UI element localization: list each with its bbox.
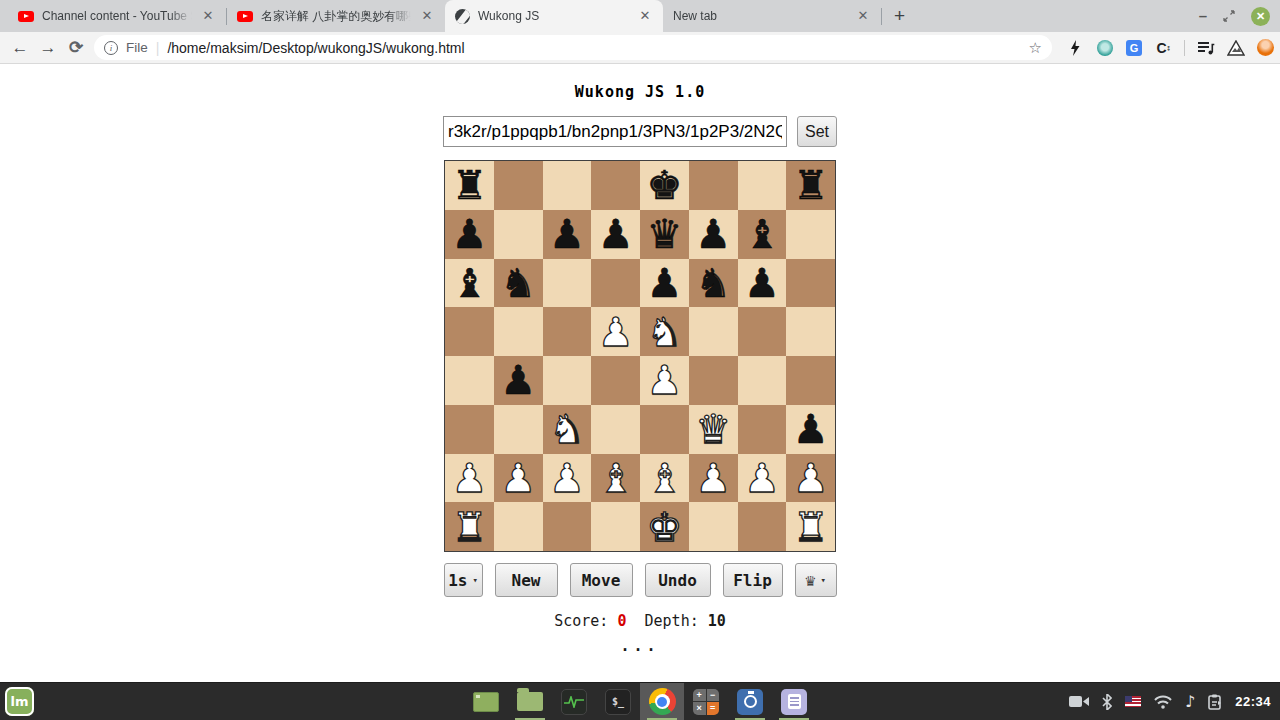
square-e8[interactable]: ♚	[640, 161, 689, 210]
time-control-select[interactable]: 1s ▾	[444, 563, 483, 597]
square-a8[interactable]: ♜	[445, 161, 494, 210]
square-h4[interactable]	[786, 356, 835, 405]
square-b7[interactable]	[494, 210, 543, 259]
controls-row: 1s ▾ New Move Undo Flip ♛ ▾	[444, 563, 837, 597]
piece-white-pawn: ♟	[500, 458, 536, 498]
tab-wukong-js[interactable]: Wukong JS ✕	[445, 0, 663, 32]
square-c7[interactable]: ♟	[543, 210, 592, 259]
piece-white-knight: ♞	[549, 409, 585, 449]
system-monitor-icon[interactable]	[552, 683, 596, 720]
square-e3[interactable]	[640, 405, 689, 454]
square-b2[interactable]: ♟	[494, 454, 543, 503]
square-f4[interactable]	[689, 356, 738, 405]
piece-black-pawn: ♟	[695, 214, 731, 254]
close-icon[interactable]: ✕	[200, 8, 216, 24]
wukong-page: Wukong JS 1.0 Set ♜♚♜♟♟♟♛♟♝♝♞♟♞♟♟♞♟♟♞♛♟♟…	[0, 64, 1280, 682]
square-e2[interactable]: ♝	[640, 454, 689, 503]
square-h6[interactable]	[786, 259, 835, 308]
square-c8[interactable]	[543, 161, 592, 210]
square-h3[interactable]: ♟	[786, 405, 835, 454]
piece-black-pawn: ♟	[598, 214, 634, 254]
piece-white-rook: ♜	[451, 507, 487, 547]
piece-white-pawn: ♟	[695, 458, 731, 498]
extensions-separator	[1184, 40, 1185, 56]
piece-black-pawn: ♟	[646, 263, 682, 303]
show-desktop-icon[interactable]	[464, 683, 508, 720]
audio-note-icon[interactable]: ♪	[1185, 692, 1195, 711]
piece-white-queen: ♛	[695, 409, 731, 449]
reload-button[interactable]: ⟳	[62, 37, 90, 58]
restore-button[interactable]	[1223, 10, 1235, 22]
address-bar[interactable]: i File | /home/maksim/Desktop/wukongJS/w…	[94, 35, 1052, 60]
back-button[interactable]: ←	[6, 38, 34, 58]
square-a3[interactable]	[445, 405, 494, 454]
tab-label: Channel content - YouTube Stud	[42, 9, 192, 23]
square-h8[interactable]: ♜	[786, 161, 835, 210]
square-d7[interactable]: ♟	[591, 210, 640, 259]
piece-white-bishop: ♝	[646, 458, 682, 498]
square-c6[interactable]	[543, 259, 592, 308]
square-g2[interactable]: ♟	[738, 454, 787, 503]
square-b5[interactable]	[494, 307, 543, 356]
terminal-icon[interactable]: $_	[596, 683, 640, 720]
extensions-area: G C⦂	[1066, 39, 1274, 57]
clock: 22:34	[1235, 694, 1271, 709]
piece-white-pawn: ♟	[451, 458, 487, 498]
screenshot-tool-icon[interactable]	[728, 683, 772, 720]
square-e7[interactable]: ♛	[640, 210, 689, 259]
piece-white-pawn: ♟	[744, 458, 780, 498]
triangle-icon[interactable]	[1227, 39, 1245, 57]
calculator-icon[interactable]: +−×=	[684, 683, 728, 720]
square-h5[interactable]	[786, 307, 835, 356]
square-d1[interactable]	[591, 502, 640, 551]
bluetooth-icon[interactable]	[1102, 694, 1112, 710]
tab-youtube-video[interactable]: 名家详解 八卦掌的奥妙有哪些？ ✕	[227, 0, 445, 32]
system-tray: ♪ 22:34	[1069, 692, 1280, 711]
piece-white-bishop: ♝	[598, 458, 634, 498]
square-a7[interactable]: ♟	[445, 210, 494, 259]
tab-separator	[881, 8, 882, 25]
square-f1[interactable]	[689, 502, 738, 551]
square-b8[interactable]	[494, 161, 543, 210]
browser-tab-strip: Channel content - YouTube Stud ✕ 名家详解 八卦…	[0, 0, 1280, 32]
square-d3[interactable]	[591, 405, 640, 454]
avatar[interactable]	[1257, 39, 1274, 56]
translate-icon[interactable]: G	[1126, 40, 1142, 56]
square-d2[interactable]: ♝	[591, 454, 640, 503]
square-a5[interactable]	[445, 307, 494, 356]
chess-board[interactable]: ♜♚♜♟♟♟♛♟♝♝♞♟♞♟♟♞♟♟♞♛♟♟♟♟♝♝♟♟♟♜♚♜	[444, 160, 836, 552]
move-button[interactable]: Move	[570, 563, 633, 597]
square-g4[interactable]	[738, 356, 787, 405]
piece-white-pawn: ♟	[598, 312, 634, 352]
square-b3[interactable]	[494, 405, 543, 454]
square-b4[interactable]: ♟	[494, 356, 543, 405]
status-row: Score: 0 Depth: 10	[554, 612, 726, 630]
square-h7[interactable]	[786, 210, 835, 259]
square-b1[interactable]	[494, 502, 543, 551]
tab-new-tab[interactable]: New tab ✕	[663, 0, 881, 32]
square-e6[interactable]: ♟	[640, 259, 689, 308]
chrome-icon[interactable]	[640, 683, 684, 720]
chevron-down-icon: ▾	[820, 575, 825, 585]
youtube-icon	[18, 11, 34, 22]
page-info-icon[interactable]: i	[104, 41, 118, 55]
piece-white-pawn: ♟	[793, 458, 829, 498]
teal-circle-icon[interactable]	[1096, 39, 1114, 57]
square-e1[interactable]: ♚	[640, 502, 689, 551]
square-a4[interactable]	[445, 356, 494, 405]
piece-black-pawn: ♟	[549, 214, 585, 254]
square-a2[interactable]: ♟	[445, 454, 494, 503]
globe-icon	[455, 9, 470, 24]
square-c1[interactable]	[543, 502, 592, 551]
time-control-value: 1s	[448, 571, 467, 590]
tab-label: Wukong JS	[478, 9, 629, 23]
close-icon[interactable]: ✕	[855, 8, 871, 24]
set-button[interactable]: Set	[797, 116, 837, 147]
piece-black-knight: ♞	[695, 263, 731, 303]
minimize-button[interactable]: –	[1199, 11, 1207, 21]
close-icon[interactable]: ✕	[637, 8, 653, 24]
square-d5[interactable]: ♟	[591, 307, 640, 356]
piece-black-rook: ♜	[451, 165, 487, 205]
youtube-icon	[237, 11, 253, 22]
new-button[interactable]: New	[495, 563, 558, 597]
piece-black-pawn: ♟	[744, 263, 780, 303]
ci-icon[interactable]: C⦂	[1154, 39, 1172, 57]
taskbar-launchers: $_ +−×=	[464, 683, 816, 720]
square-f2[interactable]: ♟	[689, 454, 738, 503]
square-h2[interactable]: ♟	[786, 454, 835, 503]
depth-label: Depth:	[645, 612, 708, 630]
address-separator: |	[156, 40, 160, 56]
close-window-button[interactable]: ✕	[1251, 7, 1270, 26]
address-url[interactable]: /home/maksim/Desktop/wukongJS/wukong.htm…	[167, 40, 1020, 56]
window-controls: – ✕	[1199, 7, 1280, 26]
piece-black-knight: ♞	[500, 263, 536, 303]
square-f3[interactable]: ♛	[689, 405, 738, 454]
clipboard-manager-icon[interactable]	[1208, 694, 1222, 710]
square-c3[interactable]: ♞	[543, 405, 592, 454]
square-f5[interactable]	[689, 307, 738, 356]
fen-row: Set	[443, 116, 837, 147]
square-d8[interactable]	[591, 161, 640, 210]
lightning-icon[interactable]	[1066, 39, 1084, 57]
square-c2[interactable]: ♟	[543, 454, 592, 503]
page-title: Wukong JS 1.0	[575, 83, 705, 101]
piece-black-king: ♚	[646, 165, 682, 205]
square-g5[interactable]	[738, 307, 787, 356]
wifi-icon[interactable]	[1154, 695, 1172, 709]
piece-black-bishop: ♝	[744, 214, 780, 254]
score-label: Score:	[554, 612, 617, 630]
piece-white-king: ♚	[646, 507, 682, 547]
piece-black-queen: ♛	[646, 214, 682, 254]
piece-black-rook: ♜	[793, 165, 829, 205]
square-g6[interactable]: ♟	[738, 259, 787, 308]
chevron-down-icon: ▾	[472, 575, 477, 585]
flip-button[interactable]: Flip	[723, 563, 783, 597]
piece-black-pawn: ♟	[500, 360, 536, 400]
piece-black-pawn: ♟	[793, 409, 829, 449]
file-manager-icon[interactable]	[508, 683, 552, 720]
square-g1[interactable]	[738, 502, 787, 551]
piece-white-pawn: ♟	[646, 360, 682, 400]
square-g8[interactable]	[738, 161, 787, 210]
promotion-select[interactable]: ♛ ▾	[795, 563, 837, 597]
square-f6[interactable]: ♞	[689, 259, 738, 308]
square-b6[interactable]: ♞	[494, 259, 543, 308]
fen-input[interactable]	[443, 116, 787, 147]
square-e4[interactable]: ♟	[640, 356, 689, 405]
piece-black-bishop: ♝	[451, 263, 487, 303]
playlist-icon[interactable]	[1197, 39, 1215, 57]
square-a1[interactable]: ♜	[445, 502, 494, 551]
piece-white-rook: ♜	[793, 507, 829, 547]
square-a6[interactable]: ♝	[445, 259, 494, 308]
square-h1[interactable]: ♜	[786, 502, 835, 551]
square-d6[interactable]	[591, 259, 640, 308]
square-g3[interactable]	[738, 405, 787, 454]
bookmark-star-icon[interactable]: ☆	[1029, 39, 1042, 57]
undo-button[interactable]: Undo	[645, 563, 711, 597]
tab-youtube-studio[interactable]: Channel content - YouTube Stud ✕	[8, 0, 226, 32]
tab-label: New tab	[673, 9, 847, 23]
menu-button-mint-logo[interactable]: lm	[5, 687, 34, 716]
forward-button[interactable]: →	[34, 38, 62, 58]
queen-icon: ♛	[805, 570, 815, 590]
taskbar: lm $_ +−×= ♪	[0, 682, 1280, 720]
piece-white-pawn: ♟	[549, 458, 585, 498]
square-c4[interactable]	[543, 356, 592, 405]
browser-toolbar: ← → ⟳ i File | /home/maksim/Desktop/wuko…	[0, 32, 1280, 64]
square-e5[interactable]: ♞	[640, 307, 689, 356]
square-c5[interactable]	[543, 307, 592, 356]
new-tab-button[interactable]: +	[894, 1, 905, 31]
square-d4[interactable]	[591, 356, 640, 405]
piece-white-knight: ♞	[646, 312, 682, 352]
piece-black-pawn: ♟	[451, 214, 487, 254]
close-icon[interactable]: ✕	[419, 8, 435, 24]
engine-output: ...	[620, 637, 659, 655]
square-g7[interactable]: ♝	[738, 210, 787, 259]
text-editor-icon[interactable]	[772, 683, 816, 720]
tab-label: 名家详解 八卦掌的奥妙有哪些？	[261, 8, 411, 25]
keyboard-layout-us-flag[interactable]	[1125, 696, 1141, 707]
scheme-label: File	[126, 40, 148, 55]
square-f8[interactable]	[689, 161, 738, 210]
depth-value: 10	[708, 612, 726, 630]
square-f7[interactable]: ♟	[689, 210, 738, 259]
webcam-icon[interactable]	[1069, 695, 1089, 708]
